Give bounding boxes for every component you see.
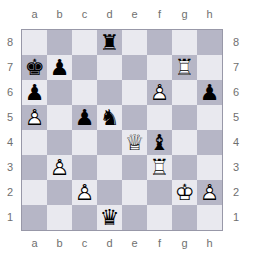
piece-white-pawn[interactable]: ♟♙ — [72, 180, 97, 205]
square-h4[interactable] — [197, 130, 222, 155]
rank-label-3-left: 3 — [2, 155, 18, 180]
square-g3[interactable] — [172, 155, 197, 180]
piece-black-queen[interactable]: ♛ — [97, 205, 122, 230]
square-b2[interactable] — [47, 180, 72, 205]
file-label-c-bottom: c — [72, 235, 97, 251]
piece-black-pawn[interactable]: ♟ — [197, 80, 222, 105]
rank-label-4-right: 4 — [228, 130, 244, 155]
file-label-c-top: c — [72, 6, 97, 22]
rank-label-1-right: 1 — [228, 205, 244, 230]
square-f8[interactable] — [147, 30, 172, 55]
square-b6[interactable] — [47, 80, 72, 105]
square-d3[interactable] — [97, 155, 122, 180]
black-rook-glyph: ♜ — [97, 30, 122, 55]
square-g6[interactable] — [172, 80, 197, 105]
square-c1[interactable] — [72, 205, 97, 230]
square-d5[interactable]: ♞ — [97, 105, 122, 130]
white-king-glyph: ♔ — [172, 180, 197, 205]
rank-label-2-left: 2 — [2, 180, 18, 205]
chess-board: ♜♚♟♜♖♟♟♙♟♟♙♟♞♛♕♝♟♙♜♖♟♙♚♔♟♙♛ — [21, 29, 223, 231]
black-pawn-glyph: ♟ — [72, 105, 97, 130]
square-h7[interactable] — [197, 55, 222, 80]
square-g5[interactable] — [172, 105, 197, 130]
file-label-f-bottom: f — [147, 235, 172, 251]
square-f4[interactable]: ♝ — [147, 130, 172, 155]
square-g4[interactable] — [172, 130, 197, 155]
white-rook-glyph: ♖ — [172, 55, 197, 80]
piece-black-pawn[interactable]: ♟ — [72, 105, 97, 130]
square-h5[interactable] — [197, 105, 222, 130]
square-d2[interactable] — [97, 180, 122, 205]
rank-label-7-right: 7 — [228, 55, 244, 80]
square-f6[interactable]: ♟♙ — [147, 80, 172, 105]
square-g2[interactable]: ♚♔ — [172, 180, 197, 205]
file-label-g-bottom: g — [172, 235, 197, 251]
piece-black-pawn[interactable]: ♟ — [22, 80, 47, 105]
square-c6[interactable] — [72, 80, 97, 105]
rank-label-5-right: 5 — [228, 105, 244, 130]
square-e8[interactable] — [122, 30, 147, 55]
white-queen-glyph: ♕ — [122, 130, 147, 155]
square-e5[interactable] — [122, 105, 147, 130]
white-pawn-glyph: ♙ — [147, 80, 172, 105]
square-h2[interactable]: ♟♙ — [197, 180, 222, 205]
square-c4[interactable] — [72, 130, 97, 155]
square-f7[interactable] — [147, 55, 172, 80]
piece-black-pawn[interactable]: ♟ — [47, 55, 72, 80]
piece-black-king[interactable]: ♚ — [22, 55, 47, 80]
square-a5[interactable]: ♟♙ — [22, 105, 47, 130]
piece-black-rook[interactable]: ♜ — [97, 30, 122, 55]
square-g1[interactable] — [172, 205, 197, 230]
black-pawn-glyph: ♟ — [197, 80, 222, 105]
square-e4[interactable]: ♛♕ — [122, 130, 147, 155]
square-b4[interactable] — [47, 130, 72, 155]
white-rook-glyph: ♖ — [147, 155, 172, 180]
black-king-glyph: ♚ — [22, 55, 47, 80]
square-b1[interactable] — [47, 205, 72, 230]
square-c2[interactable]: ♟♙ — [72, 180, 97, 205]
square-c3[interactable] — [72, 155, 97, 180]
piece-white-rook[interactable]: ♜♖ — [147, 155, 172, 180]
file-label-a-top: a — [22, 6, 47, 22]
square-a2[interactable] — [22, 180, 47, 205]
piece-white-pawn[interactable]: ♟♙ — [197, 180, 222, 205]
square-d4[interactable] — [97, 130, 122, 155]
white-pawn-glyph: ♙ — [22, 105, 47, 130]
rank-label-8-right: 8 — [228, 30, 244, 55]
square-h1[interactable] — [197, 205, 222, 230]
square-d6[interactable] — [97, 80, 122, 105]
white-pawn-glyph: ♙ — [47, 155, 72, 180]
square-g8[interactable] — [172, 30, 197, 55]
square-a1[interactable] — [22, 205, 47, 230]
square-e6[interactable] — [122, 80, 147, 105]
square-e2[interactable] — [122, 180, 147, 205]
square-h6[interactable]: ♟ — [197, 80, 222, 105]
rank-label-8-left: 8 — [2, 30, 18, 55]
file-label-d-bottom: d — [97, 235, 122, 251]
rank-label-2-right: 2 — [228, 180, 244, 205]
square-a8[interactable] — [22, 30, 47, 55]
square-f3[interactable]: ♜♖ — [147, 155, 172, 180]
piece-white-king[interactable]: ♚♔ — [172, 180, 197, 205]
square-e1[interactable] — [122, 205, 147, 230]
square-b8[interactable] — [47, 30, 72, 55]
piece-black-bishop[interactable]: ♝ — [147, 130, 172, 155]
file-label-g-top: g — [172, 6, 197, 22]
chess-diagram: abcdefgh 87654321 ♜♚♟♜♖♟♟♙♟♟♙♟♞♛♕♝♟♙♜♖♟♙… — [0, 0, 256, 254]
square-e7[interactable] — [122, 55, 147, 80]
black-queen-glyph: ♛ — [97, 205, 122, 230]
file-label-b-top: b — [47, 6, 72, 22]
square-f2[interactable] — [147, 180, 172, 205]
piece-white-pawn[interactable]: ♟♙ — [47, 155, 72, 180]
square-a4[interactable] — [22, 130, 47, 155]
white-pawn-glyph: ♙ — [197, 180, 222, 205]
square-f1[interactable] — [147, 205, 172, 230]
rank-label-5-left: 5 — [2, 105, 18, 130]
file-label-e-top: e — [122, 6, 147, 22]
square-f5[interactable] — [147, 105, 172, 130]
square-a6[interactable]: ♟ — [22, 80, 47, 105]
file-labels-top: abcdefgh — [22, 6, 222, 22]
black-pawn-glyph: ♟ — [22, 80, 47, 105]
rank-label-4-left: 4 — [2, 130, 18, 155]
file-label-a-bottom: a — [22, 235, 47, 251]
rank-label-6-right: 6 — [228, 80, 244, 105]
white-pawn-glyph: ♙ — [72, 180, 97, 205]
rank-label-6-left: 6 — [2, 80, 18, 105]
file-label-e-bottom: e — [122, 235, 147, 251]
square-d7[interactable] — [97, 55, 122, 80]
square-c5[interactable]: ♟ — [72, 105, 97, 130]
square-b5[interactable] — [47, 105, 72, 130]
square-h8[interactable] — [197, 30, 222, 55]
black-knight-glyph: ♞ — [97, 105, 122, 130]
square-a3[interactable] — [22, 155, 47, 180]
piece-white-pawn[interactable]: ♟♙ — [22, 105, 47, 130]
piece-black-knight[interactable]: ♞ — [97, 105, 122, 130]
file-label-h-top: h — [197, 6, 222, 22]
black-pawn-glyph: ♟ — [47, 55, 72, 80]
square-c7[interactable] — [72, 55, 97, 80]
file-label-d-top: d — [97, 6, 122, 22]
black-bishop-glyph: ♝ — [147, 130, 172, 155]
square-h3[interactable] — [197, 155, 222, 180]
rank-labels-right: 87654321 — [228, 30, 244, 230]
square-b7[interactable]: ♟ — [47, 55, 72, 80]
square-e3[interactable] — [122, 155, 147, 180]
rank-label-1-left: 1 — [2, 205, 18, 230]
file-label-f-top: f — [147, 6, 172, 22]
square-a7[interactable]: ♚ — [22, 55, 47, 80]
piece-white-pawn[interactable]: ♟♙ — [147, 80, 172, 105]
file-labels-bottom: abcdefgh — [22, 235, 222, 251]
rank-labels-left: 87654321 — [2, 30, 18, 230]
square-d8[interactable]: ♜ — [97, 30, 122, 55]
piece-white-rook[interactable]: ♜♖ — [172, 55, 197, 80]
square-b3[interactable]: ♟♙ — [47, 155, 72, 180]
piece-white-queen[interactable]: ♛♕ — [122, 130, 147, 155]
square-d1[interactable]: ♛ — [97, 205, 122, 230]
rank-label-7-left: 7 — [2, 55, 18, 80]
square-c8[interactable] — [72, 30, 97, 55]
file-label-h-bottom: h — [197, 235, 222, 251]
file-label-b-bottom: b — [47, 235, 72, 251]
square-g7[interactable]: ♜♖ — [172, 55, 197, 80]
rank-label-3-right: 3 — [228, 155, 244, 180]
